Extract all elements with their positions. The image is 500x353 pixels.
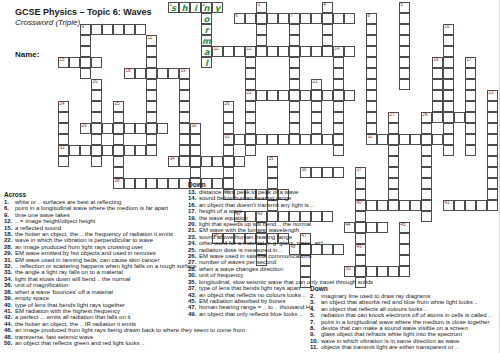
crossword-cell [344,46,355,57]
cell-number: 37 [357,168,362,173]
crossword-cell [157,123,168,134]
cell-number: 26 [225,102,230,107]
crossword-cell [245,79,256,90]
crossword-cell: 18 [124,68,135,79]
crossword-cell [399,200,410,211]
crossword-cell: 29 [80,123,91,134]
worksheet-header: GCSE Physics – Topic 6: Waves Crossword … [15,7,152,28]
crossword-cell [366,101,377,112]
crossword-cell [157,178,168,189]
crossword-cell [124,123,135,134]
crossword-cell [366,57,377,68]
crossword-cell: 1s [168,2,179,13]
cell-number: 22 [247,91,252,96]
crossword-cell [190,167,201,178]
crossword-cell [399,24,410,35]
crossword-cell [179,145,190,156]
crossword-cell [245,13,256,24]
crossword-cell [421,167,432,178]
crossword-cell: 13 [245,46,256,57]
clues-down-right-header: Down [310,285,492,292]
crossword-cell [311,13,322,24]
crossword-cell [333,145,344,156]
crossword-cell [421,156,432,167]
crossword-cell [399,57,410,68]
crossword-cell [190,145,201,156]
handwritten-letter: i [191,3,200,12]
crossword-cell [333,123,344,134]
cell-number: 14 [335,47,340,52]
crossword-cell [333,79,344,90]
crossword-cell [58,112,69,123]
crossword-cell [465,123,476,134]
crossword-cell [69,145,80,156]
crossword-cell [289,57,300,68]
crossword-cell [366,123,377,134]
crossword-cell [245,112,256,123]
clues-down-main-header: Down [188,181,373,188]
crossword-cell [333,167,344,178]
crossword-cell: 5 [399,2,410,13]
crossword-cell [432,134,443,145]
crossword-cell [443,145,454,156]
crossword-cell [399,68,410,79]
crossword-cell: 14 [333,46,344,57]
handwritten-letter: o [202,14,211,23]
crossword-cell: 19 [179,68,190,79]
crossword-cell [399,13,410,24]
crossword-cell [366,24,377,35]
crossword-cell [333,90,344,101]
cell-number: 3 [258,3,261,8]
crossword-cell: 15 [58,57,69,68]
crossword-cell [366,90,377,101]
crossword-cell: m [201,35,212,46]
crossword-cell [146,145,157,156]
crossword-cell: o [201,13,212,24]
crossword-cell: 35 [267,156,278,167]
crossword-cell [289,35,300,46]
crossword-cell [91,101,102,112]
crossword-cell: 37 [355,167,366,178]
crossword-cell [388,178,399,189]
crossword-cell [278,13,289,24]
crossword-cell [443,35,454,46]
handwritten-letter: r [202,25,211,34]
crossword-cell: 34 [168,156,179,167]
crossword-cell [388,123,399,134]
crossword-cell [245,68,256,79]
crossword-cell [399,134,410,145]
crossword-cell: l [201,57,212,68]
crossword-cell [146,57,157,68]
crossword-cell: 16 [432,57,443,68]
clues-down-right: Down 2.imaginary line used to draw ray d… [310,285,492,351]
clue-item: 11.objects that transmit light are eithe… [310,344,492,350]
crossword-cell [135,178,146,189]
crossword-cell [80,35,91,46]
crossword-cell [344,13,355,24]
crossword-cell [289,79,300,90]
crossword-cell [179,90,190,101]
handwritten-letter: s [169,3,178,12]
crossword-cell [377,266,388,277]
crossword-cell [443,68,454,79]
crossword-cell [399,244,410,255]
crossword-cell [322,13,333,24]
name-label: Name: [15,50,39,59]
handwritten-letter: a [202,47,211,56]
crossword-cell [124,178,135,189]
crossword-cell [454,112,465,123]
crossword-cell [245,101,256,112]
cell-number: 34 [170,157,175,162]
crossword-cell [234,46,245,57]
crossword-cell [135,123,146,134]
crossword-cell [146,178,157,189]
crossword-cell [146,79,157,90]
crossword-cell [366,68,377,79]
crossword-cell [421,145,432,156]
crossword-cell [245,134,256,145]
crossword-cell [487,112,498,123]
crossword-cell [311,167,322,178]
crossword-cell [102,123,113,134]
crossword-cell: 26 [223,101,234,112]
cell-number: 17 [467,58,472,63]
crossword-cell [267,90,278,101]
crossword-cell: 10 [443,24,454,35]
crossword-cell [333,68,344,79]
handwritten-letter: n [202,3,211,12]
crossword-cell: r [201,24,212,35]
crossword-cell [465,79,476,90]
crossword-cell [388,189,399,200]
crossword-cell [234,156,245,167]
cell-number: 32 [368,135,373,140]
crossword-cell [399,266,410,277]
crossword-cell [366,112,377,123]
cell-number: 18 [126,69,131,74]
crossword-cell [388,200,399,211]
crossword-cell [465,145,476,156]
crossword-cell [487,134,498,145]
crossword-cell [322,24,333,35]
cell-number: 45 [401,223,406,228]
crossword-cell [80,145,91,156]
crossword-cell [267,13,278,24]
crossword-cell [465,90,476,101]
crossword-cell [113,134,124,145]
crossword-cell [256,35,267,46]
clue-text: an object that only reflects blue looks … [199,311,302,317]
crossword-cell [223,167,234,178]
crossword-cell [322,167,333,178]
crossword-cell [421,189,432,200]
crossword-cell [91,57,102,68]
crossword-cell [256,134,267,145]
crossword-cell [487,200,498,211]
cell-number: 11 [148,36,153,41]
cell-number: 31 [225,135,230,140]
crossword-cell [366,46,377,57]
crossword-cell [289,123,300,134]
crossword-cell: 12 [212,46,223,57]
crossword-cell [179,112,190,123]
crossword-cell [289,101,300,112]
crossword-cell [179,156,190,167]
crossword-cell [443,79,454,90]
crossword-cell [289,46,300,57]
crossword-cell: 31 [223,134,234,145]
crossword-cell [245,145,256,156]
cell-number: 13 [247,47,252,52]
crossword-cell: 11 [146,35,157,46]
cell-number: 30 [192,124,197,129]
crossword-cell [80,46,91,57]
crossword-cell [399,79,410,90]
crossword-cell [432,79,443,90]
cell-number: 12 [214,47,219,52]
crossword-cell [223,112,234,123]
crossword-cell [432,101,443,112]
crossword-cell [432,112,443,123]
crossword-cell [223,156,234,167]
crossword-cell [146,90,157,101]
clue-number: 11. [310,344,321,350]
crossword-cell [465,200,476,211]
crossword-cell [443,112,454,123]
crossword-cell [91,156,102,167]
crossword-cell [322,35,333,46]
crossword-cell: 8 [366,13,377,24]
crossword-cell [91,134,102,145]
crossword-cell: 2n [201,2,212,13]
crossword-cell: y [212,2,223,13]
crossword-cell [223,145,234,156]
crossword-cell [135,145,146,156]
crossword-cell [410,134,421,145]
crossword-cell: 36 [300,167,311,178]
crossword-cell [113,112,124,123]
crossword-cell [146,68,157,79]
crossword-cell [333,134,344,145]
crossword-cell [190,156,201,167]
crossword-cell [300,90,311,101]
crossword-cell [91,145,102,156]
cell-number: 4 [324,3,327,8]
crossword-cell: 4 [322,2,333,13]
crossword-cell [399,233,410,244]
crossword-cell [454,200,465,211]
cell-number: 15 [60,58,65,63]
crossword-cell [366,35,377,46]
handwritten-letter: l [202,58,211,67]
crossword-cell [267,46,278,57]
crossword-cell: 17 [465,57,476,68]
crossword-cell [443,90,454,101]
crossword-cell [234,134,245,145]
cell-number: 35 [269,157,274,162]
crossword-cell [333,57,344,68]
crossword-cell [487,156,498,167]
crossword-cell [58,134,69,145]
crossword-cell [399,35,410,46]
crossword-cell [388,167,399,178]
clue-number: 49. [188,311,199,317]
crossword-cell [146,101,157,112]
crossword-cell [388,156,399,167]
crossword-cell [58,123,69,134]
crossword-cell: 6 [234,13,245,24]
crossword-cell [256,24,267,35]
crossword-cell [421,200,432,211]
crossword-cell [278,90,289,101]
crossword-cell [399,255,410,266]
crossword-cell [267,167,278,178]
crossword-cell [212,156,223,167]
crossword-cell [311,123,322,134]
crossword-cell: 3 [256,2,267,13]
cell-number: 28 [423,113,428,118]
cell-number: 10 [445,25,450,30]
crossword-cell [322,134,333,145]
cell-number: 21 [313,80,318,85]
crossword-cell [179,134,190,145]
crossword-cell: 21 [311,79,322,90]
crossword-cell: h [179,2,190,13]
crossword-cell [113,123,124,134]
crossword-cell [146,112,157,123]
cell-number: 27 [390,113,395,118]
crossword-cell [289,68,300,79]
crossword-cell [146,46,157,57]
clue-item: 50.an object that reflects green and red… [4,340,245,346]
crossword-cell [245,123,256,134]
crossword-cell [377,134,388,145]
cell-number: 41 [445,201,450,206]
clue-text: an object that reflects green and red li… [15,340,144,346]
handwritten-letter: h [180,3,189,12]
handwritten-letter: y [213,3,222,12]
crossword-cell [102,145,113,156]
crossword-cell [487,178,498,189]
crossword-cell [311,112,322,123]
crossword-cell [289,134,300,145]
crossword-cell [421,123,432,134]
crossword-cell [245,57,256,68]
clue-text: objects that transmit light are either t… [321,344,458,350]
crossword-cell [377,222,388,233]
crossword-cell [388,134,399,145]
crossword-cell: 33 [58,145,69,156]
clue-number: 50. [4,340,15,346]
crossword-cell: 45 [399,222,410,233]
crossword-cell [443,123,454,134]
crossword-cell [135,68,146,79]
crossword-cell [91,90,102,101]
crossword-cell: i [190,2,201,13]
crossword-cell [124,145,135,156]
cell-number: 8 [368,14,371,19]
crossword-cell [300,46,311,57]
cell-number: 23 [489,91,494,96]
crossword-cell [322,46,333,57]
crossword-cell [179,123,190,134]
cell-number: 24 [60,102,65,107]
crossword-cell [465,134,476,145]
crossword-cell [146,134,157,145]
cell-number: 6 [236,14,239,19]
crossword-cell [223,123,234,134]
cell-number: 38 [115,179,120,184]
cell-number: 29 [82,124,87,129]
crossword-cell [80,68,91,79]
crossword-cell [168,178,179,189]
page-subtitle: Crossword (Triple) [15,18,152,28]
crossword-cell [289,112,300,123]
crossword-cell [311,90,322,101]
crossword-cell: 27 [388,112,399,123]
crossword-cell [179,101,190,112]
crossword-cell [190,134,201,145]
crossword-cell [179,79,190,90]
cell-number: 25 [115,102,120,107]
crossword-cell [344,90,355,101]
crossword-cell [223,46,234,57]
crossword-cell [333,13,344,24]
crossword-cell [388,266,399,277]
crossword-cell [256,46,267,57]
crossword-cell [300,134,311,145]
crossword-cell [69,57,80,68]
crossword-cell [443,57,454,68]
crossword-cell [311,101,322,112]
crossword-cell [300,13,311,24]
crossword-cell [465,101,476,112]
crossword-cell: 20 [91,79,102,90]
cell-number: 20 [93,80,98,85]
crossword-cell [421,178,432,189]
handwritten-letter: m [202,36,211,45]
crossword-cell [267,134,278,145]
crossword-cell [91,112,102,123]
crossword-cell [443,101,454,112]
crossword-cell: 7 [289,13,300,24]
crossword-cell [113,167,124,178]
crossword-cell [476,200,487,211]
crossword-cell: 38 [113,178,124,189]
cell-number: 16 [434,58,439,63]
crossword-cell: 25 [113,101,124,112]
crossword-cell [311,46,322,57]
crossword-cell [113,156,124,167]
crossword-cell: 32 [366,134,377,145]
crossword-cell: 22 [245,90,256,101]
crossword-cell [80,57,91,68]
crossword-cell [146,123,157,134]
crossword-cell [256,13,267,24]
crossword-cell [421,134,432,145]
crossword-cell [410,200,421,211]
crossword-cell [289,24,300,35]
crossword-cell [91,123,102,134]
cell-number: 5 [401,3,404,8]
crossword-cell: a [201,46,212,57]
crossword-cell [399,46,410,57]
crossword-cell: 24 [58,101,69,112]
crossword-cell [487,189,498,200]
